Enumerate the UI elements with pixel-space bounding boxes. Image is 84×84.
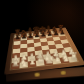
square-f7[interactable]: ♟ <box>46 34 53 38</box>
board-squares: ♜♞♝♛♚♝♞♜♟♟♟♟♟♟♟♟♟♟♟♟♟♟♟♟♜♞♝♛♚♝♞♜ <box>11 30 78 70</box>
square-e1[interactable]: ♚ <box>44 59 53 65</box>
piece-black-pawn[interactable]: ♟ <box>14 34 20 41</box>
piece-black-pawn[interactable]: ♟ <box>27 33 33 40</box>
piece-black-pawn[interactable]: ♟ <box>40 32 46 39</box>
piece-white-knight[interactable]: ♞ <box>18 57 28 68</box>
piece-black-pawn[interactable]: ♟ <box>46 31 52 38</box>
square-g1[interactable]: ♞ <box>60 57 70 63</box>
piece-black-pawn[interactable]: ♟ <box>20 34 26 41</box>
chess-set-photo: ♜♞♝♛♚♝♞♜♟♟♟♟♟♟♟♟♟♟♟♟♟♟♟♟♜♞♝♛♚♝♞♜ <box>0 0 84 84</box>
square-d7[interactable]: ♟ <box>33 35 40 39</box>
piece-black-pawn[interactable]: ♟ <box>33 32 39 39</box>
hinge-left-icon <box>35 73 40 77</box>
square-b7[interactable]: ♟ <box>21 37 27 41</box>
piece-black-pawn[interactable]: ♟ <box>59 30 65 37</box>
chess-board: ♜♞♝♛♚♝♞♜♟♟♟♟♟♟♟♟♟♟♟♟♟♟♟♟♜♞♝♛♚♝♞♜ <box>4 28 84 75</box>
hinge-right-icon <box>60 71 65 75</box>
board-front-edge <box>6 67 84 83</box>
square-e7[interactable]: ♟ <box>39 35 46 39</box>
camera-rotation-wrapper: ♜♞♝♛♚♝♞♜♟♟♟♟♟♟♟♟♟♟♟♟♟♟♟♟♜♞♝♛♚♝♞♜ <box>0 0 84 84</box>
piece-black-pawn[interactable]: ♟ <box>53 30 59 37</box>
piece-white-knight[interactable]: ♞ <box>60 52 70 63</box>
perspective-scene: ♜♞♝♛♚♝♞♜♟♟♟♟♟♟♟♟♟♟♟♟♟♟♟♟♜♞♝♛♚♝♞♜ <box>0 0 84 84</box>
square-c7[interactable]: ♟ <box>27 36 34 40</box>
square-b1[interactable]: ♞ <box>19 62 28 69</box>
square-a7[interactable]: ♟ <box>14 37 21 41</box>
piece-white-king[interactable]: ♚ <box>42 52 54 65</box>
